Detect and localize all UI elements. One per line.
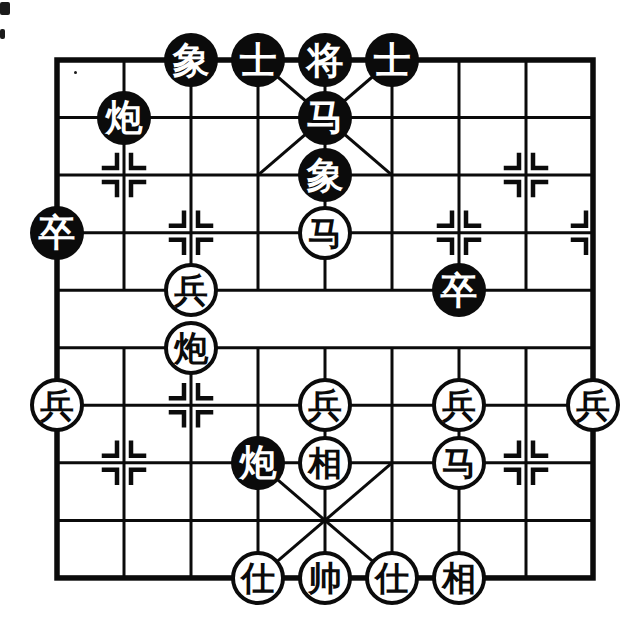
piece-black-soldier: 卒 — [432, 263, 486, 317]
piece-red-soldier: 兵 — [298, 378, 352, 432]
piece-black-advisor: 士 — [365, 33, 419, 87]
scan-noise — [74, 71, 77, 74]
xiangqi-board: 象士将士炮马象卒马兵卒炮兵兵兵兵炮相马仕帅仕相 — [0, 0, 640, 640]
piece-red-soldier: 兵 — [30, 378, 84, 432]
piece-red-advisor: 仕 — [365, 551, 419, 605]
piece-black-soldier: 卒 — [30, 206, 84, 260]
piece-red-general: 帅 — [298, 551, 352, 605]
piece-red-horse: 马 — [298, 206, 352, 260]
piece-red-elephant: 相 — [432, 551, 486, 605]
piece-black-general: 将 — [298, 33, 352, 87]
piece-red-elephant: 相 — [298, 436, 352, 490]
piece-red-soldier: 兵 — [566, 378, 620, 432]
piece-black-cannon: 炮 — [231, 436, 285, 490]
piece-black-advisor: 士 — [231, 33, 285, 87]
scan-noise — [0, 29, 5, 39]
piece-black-elephant: 象 — [164, 33, 218, 87]
piece-red-soldier: 兵 — [164, 263, 218, 317]
piece-black-cannon: 炮 — [97, 91, 151, 145]
piece-black-horse: 马 — [298, 91, 352, 145]
piece-red-advisor: 仕 — [231, 551, 285, 605]
piece-red-soldier: 兵 — [432, 378, 486, 432]
scan-noise — [0, 2, 10, 15]
piece-red-horse: 马 — [432, 436, 486, 490]
piece-black-elephant: 象 — [298, 148, 352, 202]
piece-red-cannon: 炮 — [164, 321, 218, 375]
